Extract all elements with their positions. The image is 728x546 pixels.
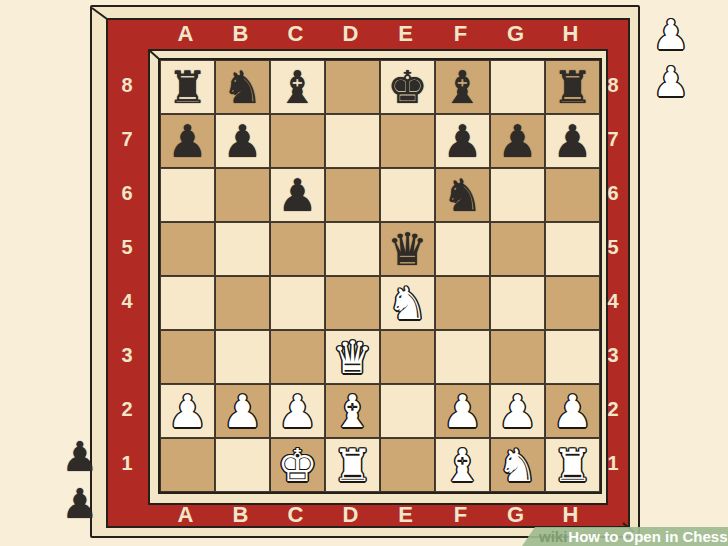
square-e5: ♛ (380, 222, 435, 276)
square-b8: ♞ (215, 60, 270, 114)
black-queen: ♛ (387, 227, 427, 272)
file-label-g-top: G (488, 21, 543, 47)
square-e8: ♚ (380, 60, 435, 114)
square-a3 (160, 330, 215, 384)
white-rook: ♜ (552, 443, 592, 488)
black-pawn: ♟ (222, 119, 262, 164)
rank-label-8-right: 8 (598, 58, 628, 112)
square-a5 (160, 222, 215, 276)
square-c1: ♚ (270, 438, 325, 492)
square-b2: ♟ (215, 384, 270, 438)
square-b5 (215, 222, 270, 276)
square-g7: ♟ (490, 114, 545, 168)
captured-black-pawn: ♟ (62, 434, 99, 481)
square-c7 (270, 114, 325, 168)
square-f5 (435, 222, 490, 276)
square-b7: ♟ (215, 114, 270, 168)
white-queen: ♛ (332, 335, 372, 380)
white-pawn: ♟ (167, 389, 207, 434)
file-label-d-top: D (323, 21, 378, 47)
square-h5 (545, 222, 600, 276)
white-pawn: ♟ (222, 389, 262, 434)
square-g4 (490, 276, 545, 330)
black-king: ♚ (387, 65, 427, 110)
black-pawn: ♟ (277, 173, 317, 218)
square-e3 (380, 330, 435, 384)
wikihow-watermark-bar: wiki How to Open in Chess (522, 527, 728, 546)
rank-label-7-right: 7 (598, 112, 628, 166)
square-a2: ♟ (160, 384, 215, 438)
black-pawn: ♟ (552, 119, 592, 164)
white-knight: ♞ (387, 281, 427, 326)
square-h6 (545, 168, 600, 222)
square-c2: ♟ (270, 384, 325, 438)
square-a6 (160, 168, 215, 222)
square-f6: ♞ (435, 168, 490, 222)
square-d5 (325, 222, 380, 276)
white-pawn: ♟ (552, 389, 592, 434)
square-c5 (270, 222, 325, 276)
file-label-g-bottom: G (488, 502, 543, 528)
watermark-title-text: How to Open in Chess (568, 528, 727, 545)
white-pawn: ♟ (442, 389, 482, 434)
square-c6: ♟ (270, 168, 325, 222)
white-pawn: ♟ (277, 389, 317, 434)
rank-label-2-right: 2 (598, 382, 628, 436)
square-f2: ♟ (435, 384, 490, 438)
square-d7 (325, 114, 380, 168)
square-d6 (325, 168, 380, 222)
wikihow-brand-text: wiki (539, 528, 567, 545)
rank-label-1-right: 1 (598, 436, 628, 490)
captured-black-pawn: ♟ (62, 481, 99, 528)
file-label-d-bottom: D (323, 502, 378, 528)
white-knight: ♞ (497, 443, 537, 488)
rank-label-5-left: 5 (106, 220, 148, 274)
file-labels-top: ABCDEFGH (158, 19, 598, 49)
black-pawn: ♟ (167, 119, 207, 164)
black-bishop: ♝ (277, 65, 317, 110)
square-h8: ♜ (545, 60, 600, 114)
square-a8: ♜ (160, 60, 215, 114)
square-b6 (215, 168, 270, 222)
square-e4: ♞ (380, 276, 435, 330)
black-rook: ♜ (552, 65, 592, 110)
file-label-f-bottom: F (433, 502, 488, 528)
square-d4 (325, 276, 380, 330)
board-frame: ABCDEFGH ABCDEFGH 87654321 87654321 ♜♞♝♚… (90, 5, 640, 538)
page: { "game": "chess", "position": "rnb1kb1r… (0, 0, 728, 546)
square-f7: ♟ (435, 114, 490, 168)
square-g1: ♞ (490, 438, 545, 492)
square-g8 (490, 60, 545, 114)
captured-white-pawn: ♟ (653, 12, 690, 59)
file-label-h-top: H (543, 21, 598, 47)
square-a1 (160, 438, 215, 492)
white-bishop: ♝ (332, 389, 372, 434)
file-label-a-top: A (158, 21, 213, 47)
square-g5 (490, 222, 545, 276)
file-label-c-top: C (268, 21, 323, 47)
square-b4 (215, 276, 270, 330)
file-labels-bottom: ABCDEFGH (158, 500, 598, 530)
rank-label-2-left: 2 (106, 382, 148, 436)
file-label-e-bottom: E (378, 502, 433, 528)
black-bishop: ♝ (442, 65, 482, 110)
square-e7 (380, 114, 435, 168)
rank-label-7-left: 7 (106, 112, 148, 166)
square-f4 (435, 276, 490, 330)
square-f8: ♝ (435, 60, 490, 114)
rank-label-6-right: 6 (598, 166, 628, 220)
square-f3 (435, 330, 490, 384)
square-e1 (380, 438, 435, 492)
square-d3: ♛ (325, 330, 380, 384)
file-label-h-bottom: H (543, 502, 598, 528)
rank-label-3-right: 3 (598, 328, 628, 382)
square-a4 (160, 276, 215, 330)
square-g2: ♟ (490, 384, 545, 438)
square-d2: ♝ (325, 384, 380, 438)
black-knight: ♞ (442, 173, 482, 218)
rank-label-4-left: 4 (106, 274, 148, 328)
file-label-a-bottom: A (158, 502, 213, 528)
black-pawn: ♟ (497, 119, 537, 164)
square-f1: ♝ (435, 438, 490, 492)
square-h1: ♜ (545, 438, 600, 492)
square-d8 (325, 60, 380, 114)
rank-label-4-right: 4 (598, 274, 628, 328)
square-g6 (490, 168, 545, 222)
white-bishop: ♝ (442, 443, 482, 488)
rank-labels-right: 87654321 (598, 58, 628, 490)
file-label-f-top: F (433, 21, 488, 47)
square-h3 (545, 330, 600, 384)
captured-white-pawns-tray: ♟♟ (648, 12, 694, 106)
square-g3 (490, 330, 545, 384)
square-h4 (545, 276, 600, 330)
square-h2: ♟ (545, 384, 600, 438)
file-label-b-top: B (213, 21, 268, 47)
rank-label-3-left: 3 (106, 328, 148, 382)
black-knight: ♞ (222, 65, 262, 110)
black-rook: ♜ (167, 65, 207, 110)
rank-label-6-left: 6 (106, 166, 148, 220)
captured-white-pawn: ♟ (653, 59, 690, 106)
square-b1 (215, 438, 270, 492)
rank-label-8-left: 8 (106, 58, 148, 112)
square-a7: ♟ (160, 114, 215, 168)
square-c4 (270, 276, 325, 330)
square-b3 (215, 330, 270, 384)
white-pawn: ♟ (497, 389, 537, 434)
square-c3 (270, 330, 325, 384)
square-h7: ♟ (545, 114, 600, 168)
white-rook: ♜ (332, 443, 372, 488)
file-label-b-bottom: B (213, 502, 268, 528)
black-pawn: ♟ (442, 119, 482, 164)
square-e6 (380, 168, 435, 222)
rank-label-5-right: 5 (598, 220, 628, 274)
rank-label-1-left: 1 (106, 436, 148, 490)
rank-labels-left: 87654321 (106, 58, 148, 490)
square-c8: ♝ (270, 60, 325, 114)
square-e2 (380, 384, 435, 438)
file-label-c-bottom: C (268, 502, 323, 528)
square-d1: ♜ (325, 438, 380, 492)
chess-board: ♜♞♝♚♝♜♟♟♟♟♟♟♞♛♞♛♟♟♟♝♟♟♟♚♜♝♞♜ (158, 58, 602, 494)
file-label-e-top: E (378, 21, 433, 47)
captured-black-pawns-tray: ♟♟ (57, 434, 103, 528)
white-king: ♚ (277, 443, 317, 488)
